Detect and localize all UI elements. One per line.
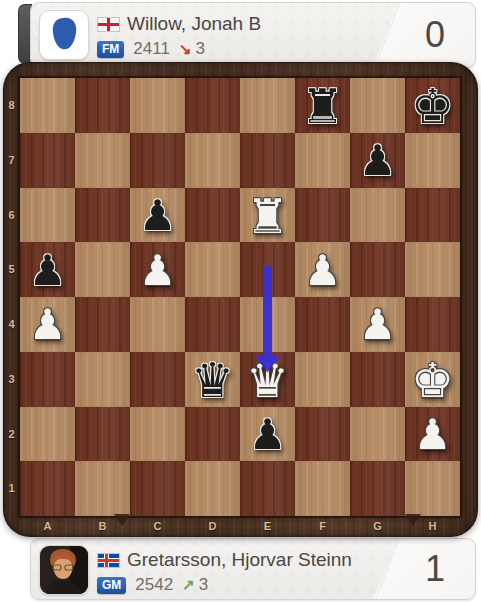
player-info-top: Willow, Jonah B FM 2411 ↘ 3 bbox=[97, 3, 365, 59]
rank-label-7: 7 bbox=[4, 133, 19, 188]
trend-down-icon: ↘ bbox=[179, 40, 192, 58]
square-d3[interactable] bbox=[185, 352, 240, 407]
score-section-bottom: 1 bbox=[373, 539, 475, 599]
square-g2[interactable] bbox=[350, 407, 405, 462]
score-top: 0 bbox=[425, 17, 475, 53]
square-e6[interactable] bbox=[240, 188, 295, 243]
square-g7[interactable] bbox=[350, 133, 405, 188]
rating-top: 2411 bbox=[133, 39, 170, 59]
square-f8[interactable] bbox=[295, 78, 350, 133]
square-g1[interactable] bbox=[350, 461, 405, 516]
square-b4[interactable] bbox=[75, 297, 130, 352]
frame-notch bbox=[114, 514, 130, 526]
square-f7[interactable] bbox=[295, 133, 350, 188]
square-g6[interactable] bbox=[350, 188, 405, 243]
frame-notch bbox=[405, 514, 421, 526]
square-c6[interactable] bbox=[130, 188, 185, 243]
board-play-area: ♜♚♟♟♜♟♟♟♟♟♛♛♚♟♟ bbox=[20, 78, 460, 516]
square-h3[interactable] bbox=[405, 352, 460, 407]
square-d6[interactable] bbox=[185, 188, 240, 243]
square-b1[interactable] bbox=[75, 461, 130, 516]
square-c8[interactable] bbox=[130, 78, 185, 133]
file-label-d: D bbox=[185, 516, 240, 537]
square-e8[interactable] bbox=[240, 78, 295, 133]
square-b6[interactable] bbox=[75, 188, 130, 243]
trend-value-bottom: 3 bbox=[199, 575, 208, 595]
file-label-c: C bbox=[130, 516, 185, 537]
rating-trend-top: ↘ 3 bbox=[179, 39, 205, 59]
player-info-bottom: Gretarsson, Hjorvar Steinn GM 2542 ↗ 3 bbox=[97, 539, 365, 595]
title-badge-bottom: GM bbox=[97, 577, 126, 594]
square-g5[interactable] bbox=[350, 242, 405, 297]
player-name-bottom: Gretarsson, Hjorvar Steinn bbox=[127, 549, 352, 571]
square-a6[interactable] bbox=[20, 188, 75, 243]
avatar-bottom bbox=[39, 545, 89, 595]
square-g4[interactable] bbox=[350, 297, 405, 352]
file-label-e: E bbox=[240, 516, 295, 537]
square-h4[interactable] bbox=[405, 297, 460, 352]
square-e3[interactable] bbox=[240, 352, 295, 407]
square-e7[interactable] bbox=[240, 133, 295, 188]
square-b2[interactable] bbox=[75, 407, 130, 462]
rank-label-2: 2 bbox=[4, 407, 19, 462]
square-h7[interactable] bbox=[405, 133, 460, 188]
square-c2[interactable] bbox=[130, 407, 185, 462]
square-b7[interactable] bbox=[75, 133, 130, 188]
rank-label-6: 6 bbox=[4, 188, 19, 243]
square-h1[interactable] bbox=[405, 461, 460, 516]
england-flag-icon bbox=[97, 17, 120, 32]
score-section-top: 0 bbox=[373, 3, 475, 67]
square-f6[interactable] bbox=[295, 188, 350, 243]
square-h6[interactable] bbox=[405, 188, 460, 243]
file-label-g: G bbox=[350, 516, 405, 537]
square-d8[interactable] bbox=[185, 78, 240, 133]
rank-label-8: 8 bbox=[4, 78, 19, 133]
file-label-a: A bbox=[20, 516, 75, 537]
square-d4[interactable] bbox=[185, 297, 240, 352]
square-e1[interactable] bbox=[240, 461, 295, 516]
square-h8[interactable] bbox=[405, 78, 460, 133]
rating-trend-bottom: ↗ 3 bbox=[182, 575, 208, 595]
square-c1[interactable] bbox=[130, 461, 185, 516]
square-g3[interactable] bbox=[350, 352, 405, 407]
square-d5[interactable] bbox=[185, 242, 240, 297]
title-badge-top: FM bbox=[97, 41, 124, 58]
square-b8[interactable] bbox=[75, 78, 130, 133]
square-a1[interactable] bbox=[20, 461, 75, 516]
player-bar-top[interactable]: Willow, Jonah B FM 2411 ↘ 3 0 bbox=[30, 2, 476, 68]
square-e4[interactable] bbox=[240, 297, 295, 352]
rank-label-1: 1 bbox=[4, 461, 19, 516]
default-avatar-icon bbox=[44, 15, 84, 55]
square-f5[interactable] bbox=[295, 242, 350, 297]
rank-label-5: 5 bbox=[4, 242, 19, 297]
square-d2[interactable] bbox=[185, 407, 240, 462]
square-f2[interactable] bbox=[295, 407, 350, 462]
trend-value-top: 3 bbox=[195, 39, 204, 59]
square-f4[interactable] bbox=[295, 297, 350, 352]
square-c5[interactable] bbox=[130, 242, 185, 297]
player-bar-bottom[interactable]: Gretarsson, Hjorvar Steinn GM 2542 ↗ 3 1 bbox=[30, 538, 476, 600]
square-f1[interactable] bbox=[295, 461, 350, 516]
square-g8[interactable] bbox=[350, 78, 405, 133]
rating-bottom: 2542 bbox=[135, 575, 173, 595]
square-e5[interactable] bbox=[240, 242, 295, 297]
player-photo bbox=[40, 546, 88, 594]
square-h2[interactable] bbox=[405, 407, 460, 462]
square-a4[interactable] bbox=[20, 297, 75, 352]
file-label-f: F bbox=[295, 516, 350, 537]
square-c3[interactable] bbox=[130, 352, 185, 407]
square-b5[interactable] bbox=[75, 242, 130, 297]
square-b3[interactable] bbox=[75, 352, 130, 407]
rank-label-4: 4 bbox=[4, 297, 19, 352]
square-d1[interactable] bbox=[185, 461, 240, 516]
square-a5[interactable] bbox=[20, 242, 75, 297]
chess-board[interactable]: ♜♚♟♟♜♟♟♟♟♟♛♛♚♟♟ 87654321ABCDEFGH bbox=[3, 62, 478, 537]
trend-up-icon: ↗ bbox=[182, 576, 195, 594]
square-f3[interactable] bbox=[295, 352, 350, 407]
square-c4[interactable] bbox=[130, 297, 185, 352]
square-a7[interactable] bbox=[20, 133, 75, 188]
square-d7[interactable] bbox=[185, 133, 240, 188]
rank-label-3: 3 bbox=[4, 352, 19, 407]
avatar-top bbox=[39, 10, 89, 60]
iceland-flag-icon bbox=[97, 553, 120, 568]
square-c7[interactable] bbox=[130, 133, 185, 188]
player-name-top: Willow, Jonah B bbox=[127, 13, 261, 35]
score-divider bbox=[373, 533, 402, 602]
square-h5[interactable] bbox=[405, 242, 460, 297]
square-e2[interactable] bbox=[240, 407, 295, 462]
square-a2[interactable] bbox=[20, 407, 75, 462]
board-squares bbox=[20, 78, 460, 516]
square-a3[interactable] bbox=[20, 352, 75, 407]
score-bottom: 1 bbox=[425, 551, 475, 587]
square-a8[interactable] bbox=[20, 78, 75, 133]
